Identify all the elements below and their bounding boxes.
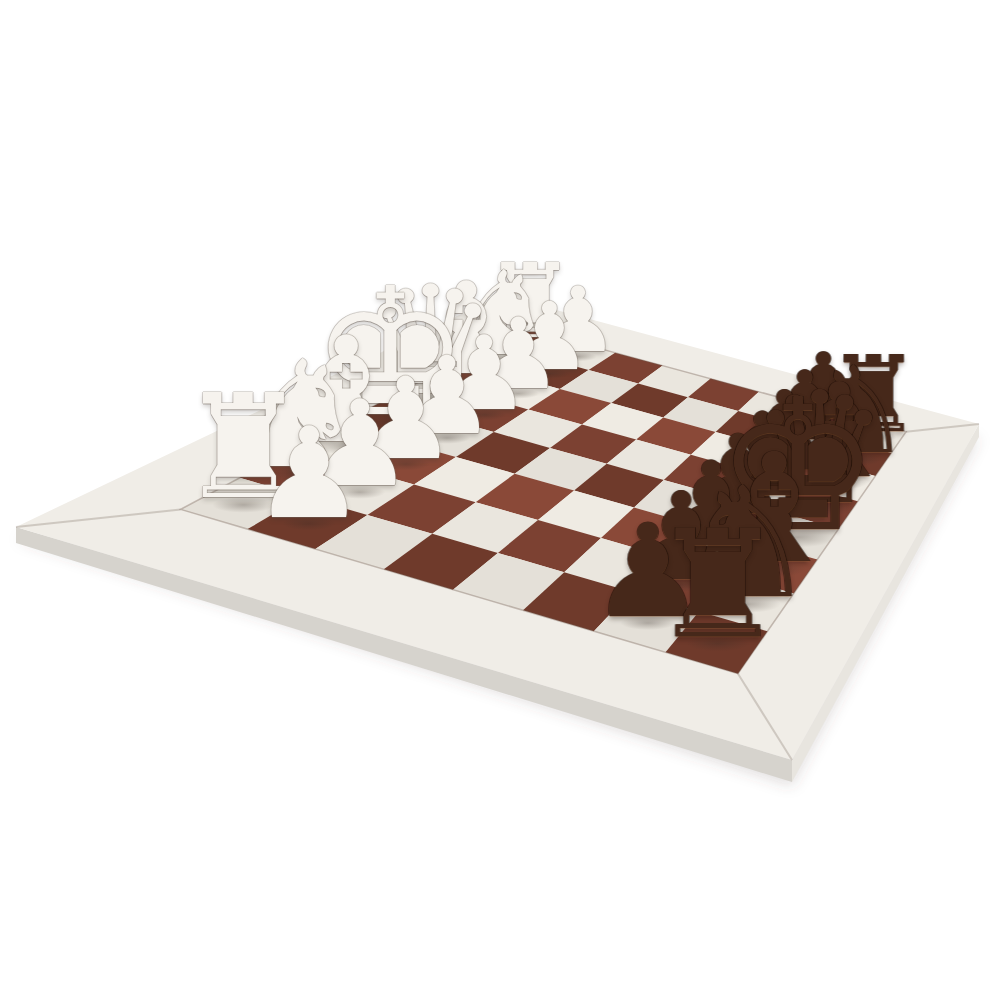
chess-set-photo: ♜♟♞♟♝♟♛♟♚♟♜♟♟♝♞♟♟♞♝♟♟♜♛♟♟♚♟♝♟♞♟♜ (0, 0, 1000, 1000)
piece-brown-rook-h8[interactable]: ♜ (651, 510, 785, 659)
rook-glyph: ♜ (651, 510, 785, 659)
pawn-glyph: ♟ (253, 411, 366, 537)
piece-white-pawn-h2[interactable]: ♟ (253, 411, 366, 537)
